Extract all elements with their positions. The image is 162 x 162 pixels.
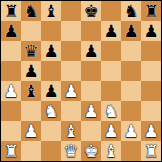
- piece-black-king: ♚: [83, 1, 98, 21]
- square-b3[interactable]: [21, 101, 41, 121]
- square-c3[interactable]: ♞: [41, 101, 61, 121]
- piece-black-pawn: ♟: [23, 61, 38, 81]
- square-d3[interactable]: [61, 101, 81, 121]
- square-g3[interactable]: [121, 101, 141, 121]
- piece-white-bishop: ♝: [63, 121, 78, 141]
- chess-board: ♜♞♝♚♞♜♟♟♟♟♛♟♟♟♟♝♟♟♞♟♞♟♝♟♟♟♜♛♚♝♜: [1, 1, 161, 161]
- square-b7[interactable]: [21, 21, 41, 41]
- piece-white-pawn: ♟: [3, 81, 18, 101]
- piece-white-pawn: ♟: [63, 81, 78, 101]
- square-f1[interactable]: ♝: [101, 141, 121, 161]
- square-h1[interactable]: ♜: [141, 141, 161, 161]
- piece-white-king: ♚: [83, 141, 98, 161]
- square-a1[interactable]: ♜: [1, 141, 21, 161]
- square-e3[interactable]: ♟: [81, 101, 101, 121]
- square-g6[interactable]: [121, 41, 141, 61]
- piece-black-rook: ♜: [3, 1, 18, 21]
- square-f3[interactable]: ♞: [101, 101, 121, 121]
- square-f8[interactable]: [101, 1, 121, 21]
- square-a7[interactable]: ♟: [1, 21, 21, 41]
- square-e4[interactable]: [81, 81, 101, 101]
- square-b8[interactable]: ♞: [21, 1, 41, 21]
- piece-black-bishop: ♝: [43, 1, 58, 21]
- piece-black-pawn: ♟: [83, 41, 98, 61]
- piece-black-pawn: ♟: [103, 21, 118, 41]
- square-c5[interactable]: [41, 61, 61, 81]
- piece-white-pawn: ♟: [143, 121, 158, 141]
- square-a6[interactable]: [1, 41, 21, 61]
- square-f4[interactable]: [101, 81, 121, 101]
- square-f6[interactable]: [101, 41, 121, 61]
- square-g1[interactable]: [121, 141, 141, 161]
- square-a3[interactable]: [1, 101, 21, 121]
- piece-black-queen: ♛: [23, 41, 38, 61]
- chess-board-frame: ♜♞♝♚♞♜♟♟♟♟♛♟♟♟♟♝♟♟♞♟♞♟♝♟♟♟♜♛♚♝♜: [0, 0, 162, 162]
- square-e8[interactable]: ♚: [81, 1, 101, 21]
- piece-black-knight: ♞: [123, 1, 138, 21]
- piece-white-bishop: ♝: [103, 141, 118, 161]
- piece-white-pawn: ♟: [83, 101, 98, 121]
- square-d8[interactable]: [61, 1, 81, 21]
- square-d4[interactable]: ♟: [61, 81, 81, 101]
- piece-black-bishop: ♝: [23, 81, 38, 101]
- square-a4[interactable]: ♟: [1, 81, 21, 101]
- square-f2[interactable]: ♟: [101, 121, 121, 141]
- piece-white-knight: ♞: [103, 101, 118, 121]
- piece-white-pawn: ♟: [123, 121, 138, 141]
- square-b6[interactable]: ♛: [21, 41, 41, 61]
- square-e1[interactable]: ♚: [81, 141, 101, 161]
- piece-white-queen: ♛: [63, 141, 78, 161]
- square-b1[interactable]: [21, 141, 41, 161]
- square-g8[interactable]: ♞: [121, 1, 141, 21]
- square-h6[interactable]: [141, 41, 161, 61]
- square-h5[interactable]: [141, 61, 161, 81]
- piece-white-pawn: ♟: [23, 121, 38, 141]
- square-c1[interactable]: [41, 141, 61, 161]
- square-c6[interactable]: ♟: [41, 41, 61, 61]
- square-d5[interactable]: [61, 61, 81, 81]
- piece-black-knight: ♞: [23, 1, 38, 21]
- piece-white-pawn: ♟: [103, 121, 118, 141]
- square-e2[interactable]: [81, 121, 101, 141]
- square-d6[interactable]: [61, 41, 81, 61]
- piece-black-pawn: ♟: [43, 81, 58, 101]
- square-g7[interactable]: ♟: [121, 21, 141, 41]
- piece-black-pawn: ♟: [43, 41, 58, 61]
- square-h2[interactable]: ♟: [141, 121, 161, 141]
- square-h4[interactable]: [141, 81, 161, 101]
- square-e7[interactable]: [81, 21, 101, 41]
- piece-black-pawn: ♟: [123, 21, 138, 41]
- square-g5[interactable]: [121, 61, 141, 81]
- square-b4[interactable]: ♝: [21, 81, 41, 101]
- square-a2[interactable]: [1, 121, 21, 141]
- square-h7[interactable]: ♟: [141, 21, 161, 41]
- square-e6[interactable]: ♟: [81, 41, 101, 61]
- piece-white-rook: ♜: [3, 141, 18, 161]
- square-c2[interactable]: [41, 121, 61, 141]
- square-g4[interactable]: [121, 81, 141, 101]
- square-d7[interactable]: [61, 21, 81, 41]
- square-h3[interactable]: [141, 101, 161, 121]
- square-e5[interactable]: [81, 61, 101, 81]
- square-c7[interactable]: [41, 21, 61, 41]
- square-d1[interactable]: ♛: [61, 141, 81, 161]
- piece-black-rook: ♜: [143, 1, 158, 21]
- square-b2[interactable]: ♟: [21, 121, 41, 141]
- square-b5[interactable]: ♟: [21, 61, 41, 81]
- square-a8[interactable]: ♜: [1, 1, 21, 21]
- piece-black-pawn: ♟: [143, 21, 158, 41]
- square-h8[interactable]: ♜: [141, 1, 161, 21]
- piece-black-pawn: ♟: [3, 21, 18, 41]
- square-f7[interactable]: ♟: [101, 21, 121, 41]
- square-f5[interactable]: [101, 61, 121, 81]
- square-c8[interactable]: ♝: [41, 1, 61, 21]
- piece-white-rook: ♜: [143, 141, 158, 161]
- square-c4[interactable]: ♟: [41, 81, 61, 101]
- square-a5[interactable]: [1, 61, 21, 81]
- square-d2[interactable]: ♝: [61, 121, 81, 141]
- piece-white-knight: ♞: [43, 101, 58, 121]
- square-g2[interactable]: ♟: [121, 121, 141, 141]
